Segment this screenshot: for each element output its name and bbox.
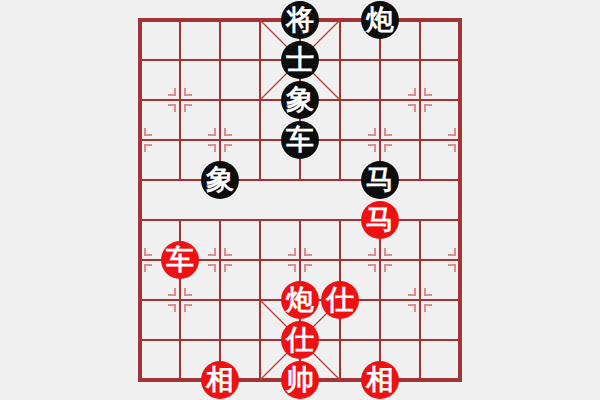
piece-red-cannon[interactable]: 炮 <box>281 281 319 319</box>
piece-black-advisor[interactable]: 士 <box>281 41 319 79</box>
piece-black-chariot[interactable]: 车 <box>281 121 319 159</box>
piece-black-elephant[interactable]: 象 <box>201 161 239 199</box>
piece-red-elephant[interactable]: 相 <box>201 361 239 399</box>
piece-red-general[interactable]: 帅 <box>281 361 319 399</box>
piece-black-cannon[interactable]: 炮 <box>361 1 399 39</box>
piece-red-advisor[interactable]: 仕 <box>321 281 359 319</box>
piece-black-general[interactable]: 将 <box>281 1 319 39</box>
piece-red-advisor[interactable]: 仕 <box>281 321 319 359</box>
piece-black-elephant[interactable]: 象 <box>281 81 319 119</box>
piece-red-elephant[interactable]: 相 <box>361 361 399 399</box>
piece-black-horse[interactable]: 马 <box>361 161 399 199</box>
xiangqi-board-diagram: 将炮士象车象马马车炮仕仕相帅相 <box>0 0 600 400</box>
piece-red-horse[interactable]: 马 <box>361 201 399 239</box>
piece-red-chariot[interactable]: 车 <box>161 241 199 279</box>
